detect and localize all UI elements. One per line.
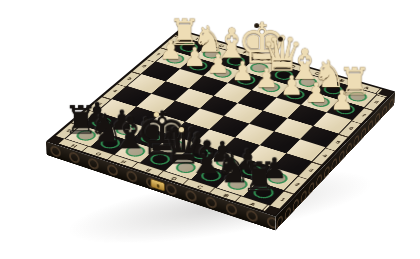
dark-finial-icon [278,37,283,42]
brass-clasp-icon [150,178,164,191]
cream-finial-icon [179,127,184,132]
dark-finial-icon [253,23,258,28]
piece-black-rook-a1: ♜ [238,157,281,197]
rank-label-right-8: 8 [373,100,380,104]
piece-white-pawn-a7: ♟ [322,86,362,113]
chess-set-scene: HHGGFFEEDDCCBBAA8877665544332211♜♞♝♛♚♝♞♜… [0,0,420,259]
cream-finial-icon [153,112,158,117]
product-photo: HHGGFFEEDDCCBBAA8877665544332211♜♞♝♛♚♝♞♜… [0,0,420,259]
